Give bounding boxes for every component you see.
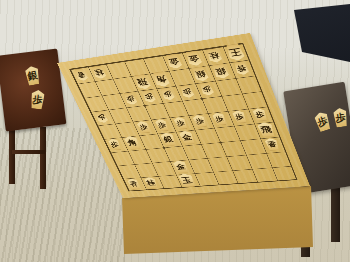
star-point xyxy=(200,98,204,100)
left-stand-rail xyxy=(12,150,45,154)
left-stand-leg xyxy=(9,124,15,184)
star-point xyxy=(143,104,146,106)
star-point xyxy=(162,147,165,149)
star-point xyxy=(219,141,223,143)
left-stand-leg xyxy=(40,127,46,189)
right-stand-leg xyxy=(331,180,340,242)
komadai-left xyxy=(0,49,66,132)
shogi-scene: 歩歩 銀歩 香桂金金桂王飛角銀銀香歩歩歩歩歩歩歩歩歩歩歩歩歩歩角銀金飛香金香桂玉 xyxy=(0,0,350,262)
